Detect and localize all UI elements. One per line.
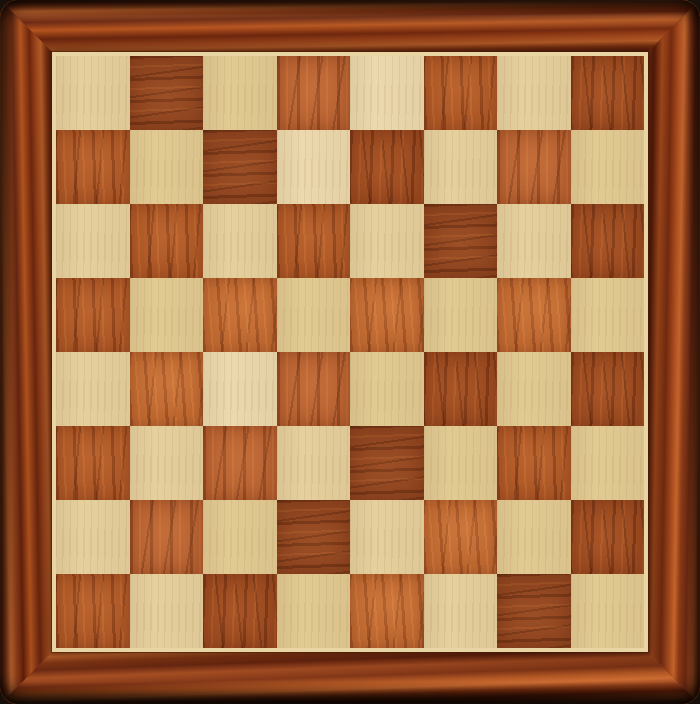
square-d2[interactable] (277, 500, 351, 574)
square-c8[interactable] (203, 56, 277, 130)
square-g8[interactable] (497, 56, 571, 130)
square-g4[interactable] (497, 352, 571, 426)
square-h4[interactable] (571, 352, 645, 426)
square-f7[interactable] (424, 130, 498, 204)
square-f3[interactable] (424, 426, 498, 500)
square-e5[interactable] (350, 278, 424, 352)
square-a1[interactable] (56, 574, 130, 648)
square-g3[interactable] (497, 426, 571, 500)
square-a8[interactable] (56, 56, 130, 130)
square-c3[interactable] (203, 426, 277, 500)
square-e4[interactable] (350, 352, 424, 426)
square-c2[interactable] (203, 500, 277, 574)
square-g5[interactable] (497, 278, 571, 352)
square-a3[interactable] (56, 426, 130, 500)
square-f1[interactable] (424, 574, 498, 648)
square-d1[interactable] (277, 574, 351, 648)
photo-background (0, 0, 700, 704)
square-e7[interactable] (350, 130, 424, 204)
square-f5[interactable] (424, 278, 498, 352)
square-d3[interactable] (277, 426, 351, 500)
square-b3[interactable] (130, 426, 204, 500)
square-d8[interactable] (277, 56, 351, 130)
square-f6[interactable] (424, 204, 498, 278)
square-f4[interactable] (424, 352, 498, 426)
square-e1[interactable] (350, 574, 424, 648)
square-c4[interactable] (203, 352, 277, 426)
square-f2[interactable] (424, 500, 498, 574)
square-d5[interactable] (277, 278, 351, 352)
square-b1[interactable] (130, 574, 204, 648)
square-g7[interactable] (497, 130, 571, 204)
square-g1[interactable] (497, 574, 571, 648)
square-c7[interactable] (203, 130, 277, 204)
square-h6[interactable] (571, 204, 645, 278)
square-c5[interactable] (203, 278, 277, 352)
square-b7[interactable] (130, 130, 204, 204)
square-a6[interactable] (56, 204, 130, 278)
square-d7[interactable] (277, 130, 351, 204)
chessboard (0, 0, 700, 704)
square-g6[interactable] (497, 204, 571, 278)
square-d4[interactable] (277, 352, 351, 426)
square-e8[interactable] (350, 56, 424, 130)
square-h1[interactable] (571, 574, 645, 648)
square-b6[interactable] (130, 204, 204, 278)
square-a5[interactable] (56, 278, 130, 352)
square-e3[interactable] (350, 426, 424, 500)
square-h5[interactable] (571, 278, 645, 352)
square-a7[interactable] (56, 130, 130, 204)
square-b5[interactable] (130, 278, 204, 352)
square-e6[interactable] (350, 204, 424, 278)
square-a4[interactable] (56, 352, 130, 426)
square-f8[interactable] (424, 56, 498, 130)
square-b2[interactable] (130, 500, 204, 574)
square-d6[interactable] (277, 204, 351, 278)
board-grid (56, 56, 644, 648)
square-b4[interactable] (130, 352, 204, 426)
square-a2[interactable] (56, 500, 130, 574)
square-g2[interactable] (497, 500, 571, 574)
playing-surface (52, 52, 648, 652)
square-c6[interactable] (203, 204, 277, 278)
square-h2[interactable] (571, 500, 645, 574)
square-e2[interactable] (350, 500, 424, 574)
square-h7[interactable] (571, 130, 645, 204)
square-c1[interactable] (203, 574, 277, 648)
square-b8[interactable] (130, 56, 204, 130)
square-h3[interactable] (571, 426, 645, 500)
square-h8[interactable] (571, 56, 645, 130)
